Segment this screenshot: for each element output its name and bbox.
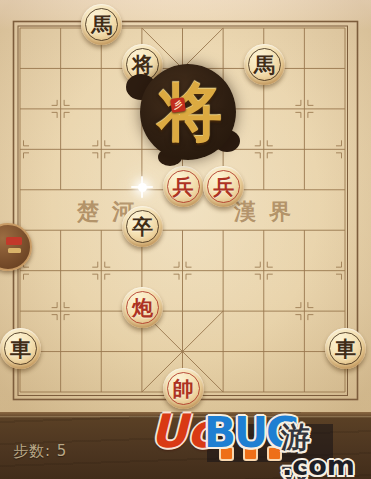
step-counter-value: 5 xyxy=(57,442,68,460)
piece-character: 馬 xyxy=(254,54,275,75)
black-soldier[interactable]: 卒 xyxy=(122,206,163,247)
piece-character: 帥 xyxy=(173,378,194,399)
badge-mark xyxy=(8,248,21,253)
game-screen: 楚河 漢界 馬 将 馬 兵 兵 卒 炮 車 車 帥 xyxy=(0,0,371,479)
piece-character: 卒 xyxy=(132,216,153,237)
red-soldier[interactable]: 兵 xyxy=(203,166,244,207)
red-soldier[interactable]: 兵 xyxy=(163,166,204,207)
black-horse[interactable]: 馬 xyxy=(81,4,122,45)
sparkle-effect xyxy=(138,183,147,192)
black-chariot[interactable]: 車 xyxy=(325,328,366,369)
check-character: 将 xyxy=(152,77,228,147)
river-label-han: 漢界 xyxy=(234,197,304,227)
red-general[interactable]: 帥 xyxy=(163,368,204,409)
piece-character: 車 xyxy=(10,338,31,359)
piece-character: 馬 xyxy=(91,14,112,35)
watermark-com: .com xyxy=(282,450,355,479)
piece-character: 車 xyxy=(335,338,356,359)
piece-character: 将 xyxy=(132,54,153,75)
red-cannon[interactable]: 炮 xyxy=(122,287,163,328)
badge-mark xyxy=(6,237,22,245)
piece-character: 兵 xyxy=(213,176,234,197)
step-counter-label: 步数: xyxy=(13,442,51,460)
step-counter: 步数: 5 xyxy=(13,442,67,461)
black-horse[interactable]: 馬 xyxy=(244,44,285,85)
check-seal-stamp: 彡 xyxy=(170,97,186,113)
black-chariot[interactable]: 車 xyxy=(0,328,41,369)
piece-character: 炮 xyxy=(132,297,153,318)
piece-character: 兵 xyxy=(173,176,194,197)
